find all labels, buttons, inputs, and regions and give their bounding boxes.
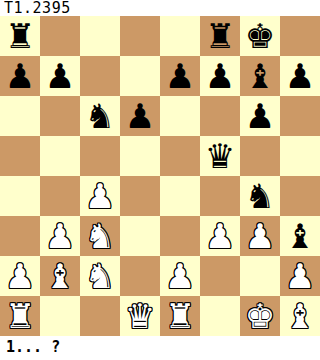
black-pawn[interactable]: ♟ <box>245 96 275 136</box>
square-b8[interactable] <box>40 16 80 56</box>
square-d4[interactable] <box>120 176 160 216</box>
square-e5[interactable] <box>160 136 200 176</box>
white-king[interactable]: ♚ <box>245 296 275 336</box>
black-pawn[interactable]: ♟ <box>45 56 75 96</box>
black-queen[interactable]: ♛ <box>205 136 235 176</box>
white-bishop[interactable]: ♝ <box>285 296 315 336</box>
square-c3[interactable]: ♞ <box>80 216 120 256</box>
square-d5[interactable] <box>120 136 160 176</box>
square-f8[interactable]: ♜ <box>200 16 240 56</box>
square-g1[interactable]: ♚ <box>240 296 280 336</box>
square-e7[interactable]: ♟ <box>160 56 200 96</box>
square-d3[interactable] <box>120 216 160 256</box>
square-b3[interactable]: ♟ <box>40 216 80 256</box>
chess-board: ♜♜♚♟♟♟♟♝♟♞♟♟♛♟♞♟♞♟♟♝♟♝♞♟♟♜♛♜♚♝ <box>0 16 320 336</box>
square-c5[interactable] <box>80 136 120 176</box>
square-a6[interactable] <box>0 96 40 136</box>
square-f2[interactable] <box>200 256 240 296</box>
black-king[interactable]: ♚ <box>245 16 275 56</box>
square-g6[interactable]: ♟ <box>240 96 280 136</box>
square-b7[interactable]: ♟ <box>40 56 80 96</box>
square-g8[interactable]: ♚ <box>240 16 280 56</box>
white-pawn[interactable]: ♟ <box>205 216 235 256</box>
square-f5[interactable]: ♛ <box>200 136 240 176</box>
puzzle-id: T1.2395 <box>0 0 320 16</box>
square-h8[interactable] <box>280 16 320 56</box>
black-bishop[interactable]: ♝ <box>245 56 275 96</box>
square-e4[interactable] <box>160 176 200 216</box>
white-pawn[interactable]: ♟ <box>85 176 115 216</box>
black-pawn[interactable]: ♟ <box>165 56 195 96</box>
square-a8[interactable]: ♜ <box>0 16 40 56</box>
white-rook[interactable]: ♜ <box>5 296 35 336</box>
white-pawn[interactable]: ♟ <box>285 256 315 296</box>
square-g3[interactable]: ♟ <box>240 216 280 256</box>
square-h5[interactable] <box>280 136 320 176</box>
square-h7[interactable]: ♟ <box>280 56 320 96</box>
square-a2[interactable]: ♟ <box>0 256 40 296</box>
white-knight[interactable]: ♞ <box>85 216 115 256</box>
square-b5[interactable] <box>40 136 80 176</box>
square-h4[interactable] <box>280 176 320 216</box>
square-d7[interactable] <box>120 56 160 96</box>
square-b1[interactable] <box>40 296 80 336</box>
square-d8[interactable] <box>120 16 160 56</box>
square-c4[interactable]: ♟ <box>80 176 120 216</box>
white-knight[interactable]: ♞ <box>85 256 115 296</box>
white-pawn[interactable]: ♟ <box>5 256 35 296</box>
white-bishop[interactable]: ♝ <box>45 256 75 296</box>
square-g4[interactable]: ♞ <box>240 176 280 216</box>
black-knight[interactable]: ♞ <box>245 176 275 216</box>
square-e3[interactable] <box>160 216 200 256</box>
square-d2[interactable] <box>120 256 160 296</box>
white-pawn[interactable]: ♟ <box>45 216 75 256</box>
square-f6[interactable] <box>200 96 240 136</box>
black-knight[interactable]: ♞ <box>85 96 115 136</box>
square-f1[interactable] <box>200 296 240 336</box>
square-a1[interactable]: ♜ <box>0 296 40 336</box>
square-c1[interactable] <box>80 296 120 336</box>
square-f4[interactable] <box>200 176 240 216</box>
square-c6[interactable]: ♞ <box>80 96 120 136</box>
square-e2[interactable]: ♟ <box>160 256 200 296</box>
square-h6[interactable] <box>280 96 320 136</box>
square-c8[interactable] <box>80 16 120 56</box>
black-pawn[interactable]: ♟ <box>125 96 155 136</box>
white-queen[interactable]: ♛ <box>125 296 155 336</box>
square-f3[interactable]: ♟ <box>200 216 240 256</box>
square-d6[interactable]: ♟ <box>120 96 160 136</box>
square-h3[interactable]: ♝ <box>280 216 320 256</box>
white-pawn[interactable]: ♟ <box>165 256 195 296</box>
black-rook[interactable]: ♜ <box>205 16 235 56</box>
black-pawn[interactable]: ♟ <box>5 56 35 96</box>
square-a7[interactable]: ♟ <box>0 56 40 96</box>
move-prompt: 1... ? <box>0 336 320 360</box>
black-pawn[interactable]: ♟ <box>285 56 315 96</box>
square-e6[interactable] <box>160 96 200 136</box>
white-rook[interactable]: ♜ <box>165 296 195 336</box>
square-e8[interactable] <box>160 16 200 56</box>
square-a3[interactable] <box>0 216 40 256</box>
square-c7[interactable] <box>80 56 120 96</box>
square-b6[interactable] <box>40 96 80 136</box>
square-a5[interactable] <box>0 136 40 176</box>
square-d1[interactable]: ♛ <box>120 296 160 336</box>
square-f7[interactable]: ♟ <box>200 56 240 96</box>
square-h2[interactable]: ♟ <box>280 256 320 296</box>
square-h1[interactable]: ♝ <box>280 296 320 336</box>
square-e1[interactable]: ♜ <box>160 296 200 336</box>
square-c2[interactable]: ♞ <box>80 256 120 296</box>
square-g2[interactable] <box>240 256 280 296</box>
black-pawn[interactable]: ♟ <box>205 56 235 96</box>
black-bishop[interactable]: ♝ <box>285 216 315 256</box>
square-b4[interactable] <box>40 176 80 216</box>
square-b2[interactable]: ♝ <box>40 256 80 296</box>
square-g7[interactable]: ♝ <box>240 56 280 96</box>
white-pawn[interactable]: ♟ <box>245 216 275 256</box>
black-rook[interactable]: ♜ <box>5 16 35 56</box>
square-a4[interactable] <box>0 176 40 216</box>
square-g5[interactable] <box>240 136 280 176</box>
